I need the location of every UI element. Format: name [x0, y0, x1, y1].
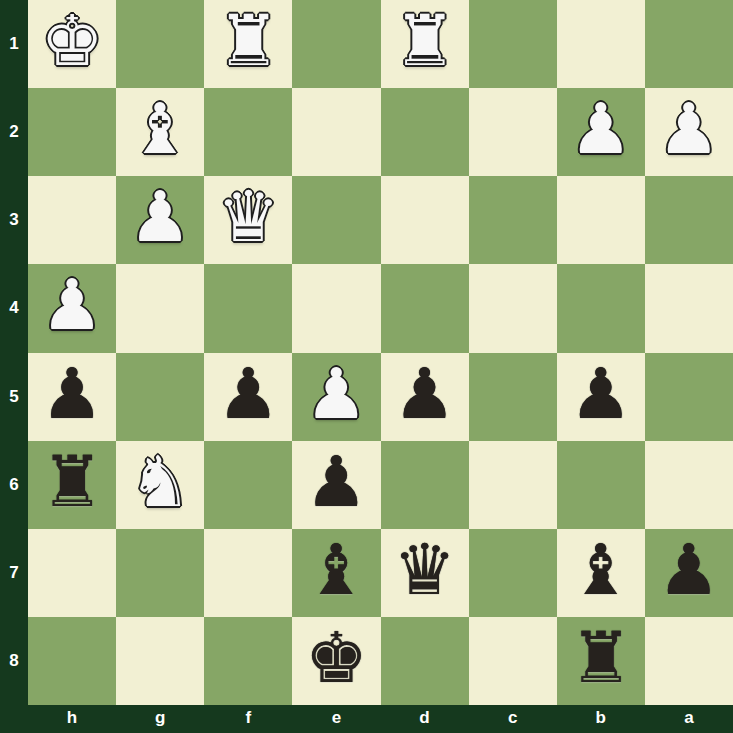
piece-black-pawn[interactable]: ♟ — [658, 535, 721, 605]
piece-black-pawn[interactable]: ♟ — [393, 359, 456, 429]
piece-white-king[interactable]: ♚ — [41, 6, 104, 76]
square-f2[interactable] — [204, 88, 292, 176]
square-h8[interactable] — [28, 617, 116, 705]
square-g5[interactable] — [116, 353, 204, 441]
piece-black-rook[interactable]: ♜ — [569, 623, 632, 693]
square-d5[interactable]: ♟ — [381, 353, 469, 441]
square-a5[interactable] — [645, 353, 733, 441]
square-c6[interactable] — [469, 441, 557, 529]
piece-white-pawn[interactable]: ♟ — [569, 94, 632, 164]
square-e5[interactable]: ♟ — [292, 353, 380, 441]
square-c7[interactable] — [469, 529, 557, 617]
square-c5[interactable] — [469, 353, 557, 441]
square-g8[interactable] — [116, 617, 204, 705]
file-label-h: h — [28, 705, 116, 733]
square-c4[interactable] — [469, 264, 557, 352]
square-b8[interactable]: ♜ — [557, 617, 645, 705]
file-label-a: a — [645, 705, 733, 733]
square-b5[interactable]: ♟ — [557, 353, 645, 441]
piece-black-king[interactable]: ♚ — [305, 623, 368, 693]
square-h5[interactable]: ♟ — [28, 353, 116, 441]
square-g4[interactable] — [116, 264, 204, 352]
piece-white-pawn[interactable]: ♟ — [305, 359, 368, 429]
file-label-f: f — [204, 705, 292, 733]
piece-black-pawn[interactable]: ♟ — [41, 359, 104, 429]
piece-black-pawn[interactable]: ♟ — [305, 447, 368, 517]
rank-label-1: 1 — [0, 0, 28, 88]
square-a6[interactable] — [645, 441, 733, 529]
piece-black-bishop[interactable]: ♝ — [569, 535, 632, 605]
square-e3[interactable] — [292, 176, 380, 264]
square-g2[interactable]: ♝ — [116, 88, 204, 176]
chess-board: ♚♜♜♝♟♟♟♛♟♟♟♟♟♟♜♞♟♝♛♝♟♚♜ — [28, 0, 733, 705]
square-f7[interactable] — [204, 529, 292, 617]
rank-label-4: 4 — [0, 264, 28, 352]
rank-label-2: 2 — [0, 88, 28, 176]
piece-white-knight[interactable]: ♞ — [129, 447, 192, 517]
square-h7[interactable] — [28, 529, 116, 617]
square-c8[interactable] — [469, 617, 557, 705]
square-f5[interactable]: ♟ — [204, 353, 292, 441]
square-c1[interactable] — [469, 0, 557, 88]
file-label-e: e — [292, 705, 380, 733]
square-a4[interactable] — [645, 264, 733, 352]
square-e1[interactable] — [292, 0, 380, 88]
piece-white-bishop[interactable]: ♝ — [129, 94, 192, 164]
file-label-d: d — [381, 705, 469, 733]
piece-black-rook[interactable]: ♜ — [41, 447, 104, 517]
square-g1[interactable] — [116, 0, 204, 88]
piece-black-pawn[interactable]: ♟ — [569, 359, 632, 429]
square-e4[interactable] — [292, 264, 380, 352]
square-d2[interactable] — [381, 88, 469, 176]
square-d1[interactable]: ♜ — [381, 0, 469, 88]
piece-black-queen[interactable]: ♛ — [393, 535, 456, 605]
square-f1[interactable]: ♜ — [204, 0, 292, 88]
square-b1[interactable] — [557, 0, 645, 88]
square-c2[interactable] — [469, 88, 557, 176]
rank-label-8: 8 — [0, 617, 28, 705]
square-g6[interactable]: ♞ — [116, 441, 204, 529]
square-d3[interactable] — [381, 176, 469, 264]
square-h1[interactable]: ♚ — [28, 0, 116, 88]
piece-white-pawn[interactable]: ♟ — [41, 270, 104, 340]
piece-white-pawn[interactable]: ♟ — [658, 94, 721, 164]
square-d8[interactable] — [381, 617, 469, 705]
square-f4[interactable] — [204, 264, 292, 352]
piece-black-bishop[interactable]: ♝ — [305, 535, 368, 605]
file-label-g: g — [116, 705, 204, 733]
square-g3[interactable]: ♟ — [116, 176, 204, 264]
square-f6[interactable] — [204, 441, 292, 529]
chess-board-frame: 12345678 ♚♜♜♝♟♟♟♛♟♟♟♟♟♟♜♞♟♝♛♝♟♚♜ hgfedcb… — [0, 0, 733, 733]
square-a3[interactable] — [645, 176, 733, 264]
square-b4[interactable] — [557, 264, 645, 352]
square-h3[interactable] — [28, 176, 116, 264]
square-h2[interactable] — [28, 88, 116, 176]
square-c3[interactable] — [469, 176, 557, 264]
square-d4[interactable] — [381, 264, 469, 352]
file-labels-strip: hgfedcba — [28, 705, 733, 733]
square-e2[interactable] — [292, 88, 380, 176]
rank-label-3: 3 — [0, 176, 28, 264]
piece-white-rook[interactable]: ♜ — [217, 6, 280, 76]
square-a7[interactable]: ♟ — [645, 529, 733, 617]
rank-label-5: 5 — [0, 353, 28, 441]
rank-labels-gutter: 12345678 — [0, 0, 28, 705]
square-a2[interactable]: ♟ — [645, 88, 733, 176]
piece-white-pawn[interactable]: ♟ — [129, 182, 192, 252]
square-e7[interactable]: ♝ — [292, 529, 380, 617]
square-a1[interactable] — [645, 0, 733, 88]
square-f3[interactable]: ♛ — [204, 176, 292, 264]
square-g7[interactable] — [116, 529, 204, 617]
square-h6[interactable]: ♜ — [28, 441, 116, 529]
square-e8[interactable]: ♚ — [292, 617, 380, 705]
square-d6[interactable] — [381, 441, 469, 529]
square-b7[interactable]: ♝ — [557, 529, 645, 617]
square-d7[interactable]: ♛ — [381, 529, 469, 617]
square-b6[interactable] — [557, 441, 645, 529]
file-label-b: b — [557, 705, 645, 733]
square-b2[interactable]: ♟ — [557, 88, 645, 176]
square-b3[interactable] — [557, 176, 645, 264]
piece-white-rook[interactable]: ♜ — [393, 6, 456, 76]
square-h4[interactable]: ♟ — [28, 264, 116, 352]
rank-label-7: 7 — [0, 529, 28, 617]
square-a8[interactable] — [645, 617, 733, 705]
piece-black-pawn[interactable]: ♟ — [217, 359, 280, 429]
square-f8[interactable] — [204, 617, 292, 705]
square-e6[interactable]: ♟ — [292, 441, 380, 529]
piece-white-queen[interactable]: ♛ — [217, 182, 280, 252]
file-label-c: c — [469, 705, 557, 733]
rank-label-6: 6 — [0, 441, 28, 529]
